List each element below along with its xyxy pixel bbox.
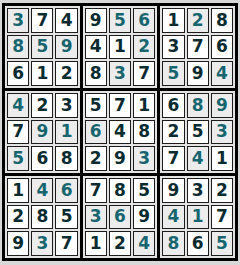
cell-r1c7[interactable]: 1 bbox=[162, 8, 184, 33]
cell-r6c5[interactable]: 9 bbox=[109, 146, 131, 171]
cell-r8c4-given[interactable]: 3 bbox=[85, 205, 107, 230]
cell-r6c9[interactable]: 1 bbox=[211, 146, 233, 171]
cell-r8c5-given[interactable]: 6 bbox=[109, 205, 131, 230]
cell-r2c8[interactable]: 7 bbox=[187, 35, 209, 60]
cell-r9c8[interactable]: 6 bbox=[187, 231, 209, 256]
cell-r5c5[interactable]: 4 bbox=[109, 120, 131, 145]
sudoku-board: 3748596129564128371283765944237915685716… bbox=[2, 3, 238, 261]
cell-r9c5[interactable]: 2 bbox=[109, 231, 131, 256]
cell-r2c4[interactable]: 4 bbox=[85, 35, 107, 60]
cell-r9c7-given[interactable]: 8 bbox=[162, 231, 184, 256]
cell-r8c8-given[interactable]: 1 bbox=[187, 205, 209, 230]
cell-r4c5[interactable]: 7 bbox=[109, 93, 131, 118]
cell-r4c3[interactable]: 3 bbox=[55, 93, 77, 118]
cell-r8c2[interactable]: 8 bbox=[31, 205, 53, 230]
cell-r5c6[interactable]: 8 bbox=[133, 120, 155, 145]
cell-r7c7[interactable]: 9 bbox=[162, 178, 184, 203]
cell-r7c6[interactable]: 5 bbox=[133, 178, 155, 203]
cell-r8c6[interactable]: 9 bbox=[133, 205, 155, 230]
cell-r6c6-given[interactable]: 3 bbox=[133, 146, 155, 171]
cell-r6c8-given[interactable]: 4 bbox=[187, 146, 209, 171]
sudoku-block-4: 423791568 bbox=[5, 91, 80, 173]
cell-r4c7[interactable]: 6 bbox=[162, 93, 184, 118]
cell-r4c2[interactable]: 2 bbox=[31, 93, 53, 118]
cell-r3c1[interactable]: 6 bbox=[7, 61, 29, 86]
cell-r9c4[interactable]: 1 bbox=[85, 231, 107, 256]
sudoku-block-8: 785369124 bbox=[83, 176, 158, 258]
cell-r3c9-given[interactable]: 4 bbox=[211, 61, 233, 86]
cell-r7c4[interactable]: 7 bbox=[85, 178, 107, 203]
sudoku-block-6: 689253741 bbox=[160, 91, 235, 173]
cell-r7c3-given[interactable]: 6 bbox=[55, 178, 77, 203]
cell-r5c2-given[interactable]: 9 bbox=[31, 120, 53, 145]
cell-r8c3[interactable]: 5 bbox=[55, 205, 77, 230]
cell-r6c2[interactable]: 6 bbox=[31, 146, 53, 171]
sudoku-block-2: 956412837 bbox=[83, 6, 158, 88]
cell-r3c6[interactable]: 7 bbox=[133, 61, 155, 86]
sudoku-block-7: 146285937 bbox=[5, 176, 80, 258]
sudoku-block-5: 571648293 bbox=[83, 91, 158, 173]
cell-r6c7[interactable]: 7 bbox=[162, 146, 184, 171]
cell-r3c4[interactable]: 8 bbox=[85, 61, 107, 86]
cell-r9c1[interactable]: 9 bbox=[7, 231, 29, 256]
cell-r3c5-given[interactable]: 3 bbox=[109, 61, 131, 86]
cell-r9c6-given[interactable]: 4 bbox=[133, 231, 155, 256]
cell-r7c5[interactable]: 8 bbox=[109, 178, 131, 203]
cell-r8c9[interactable]: 7 bbox=[211, 205, 233, 230]
cell-r4c1-given[interactable]: 4 bbox=[7, 93, 29, 118]
cell-r6c1-given[interactable]: 5 bbox=[7, 146, 29, 171]
cell-r1c8-given[interactable]: 2 bbox=[187, 8, 209, 33]
cell-r2c7[interactable]: 3 bbox=[162, 35, 184, 60]
cell-r2c9[interactable]: 6 bbox=[211, 35, 233, 60]
cell-r3c2[interactable]: 1 bbox=[31, 61, 53, 86]
cell-r4c4[interactable]: 5 bbox=[85, 93, 107, 118]
cell-r9c3[interactable]: 7 bbox=[55, 231, 77, 256]
cell-r7c2-given[interactable]: 4 bbox=[31, 178, 53, 203]
cell-r5c1[interactable]: 7 bbox=[7, 120, 29, 145]
sudoku-block-3: 128376594 bbox=[160, 6, 235, 88]
cell-r5c8[interactable]: 5 bbox=[187, 120, 209, 145]
cell-r2c1-given[interactable]: 8 bbox=[7, 35, 29, 60]
cell-r9c9-given[interactable]: 5 bbox=[211, 231, 233, 256]
cell-r8c7-given[interactable]: 4 bbox=[162, 205, 184, 230]
cell-r7c1[interactable]: 1 bbox=[7, 178, 29, 203]
sudoku-page: 3748596129564128371283765944237915685716… bbox=[0, 0, 240, 265]
cell-r6c3[interactable]: 8 bbox=[55, 146, 77, 171]
cell-r2c2-given[interactable]: 5 bbox=[31, 35, 53, 60]
cell-r7c9[interactable]: 2 bbox=[211, 178, 233, 203]
cell-r1c9[interactable]: 8 bbox=[211, 8, 233, 33]
sudoku-block-9: 932417865 bbox=[160, 176, 235, 258]
cell-r1c5-given[interactable]: 5 bbox=[109, 8, 131, 33]
cell-r5c4-given[interactable]: 6 bbox=[85, 120, 107, 145]
cell-r1c1-given[interactable]: 3 bbox=[7, 8, 29, 33]
cell-r1c4[interactable]: 9 bbox=[85, 8, 107, 33]
cell-r1c6-given[interactable]: 6 bbox=[133, 8, 155, 33]
cell-r5c3-given[interactable]: 1 bbox=[55, 120, 77, 145]
cell-r4c6[interactable]: 1 bbox=[133, 93, 155, 118]
cell-r8c1[interactable]: 2 bbox=[7, 205, 29, 230]
cell-r1c2[interactable]: 7 bbox=[31, 8, 53, 33]
cell-r5c9-given[interactable]: 3 bbox=[211, 120, 233, 145]
cell-r1c3[interactable]: 4 bbox=[55, 8, 77, 33]
cell-r4c8-given[interactable]: 8 bbox=[187, 93, 209, 118]
sudoku-block-1: 374859612 bbox=[5, 6, 80, 88]
cell-r4c9-given[interactable]: 9 bbox=[211, 93, 233, 118]
cell-r2c6-given[interactable]: 2 bbox=[133, 35, 155, 60]
cell-r2c5[interactable]: 1 bbox=[109, 35, 131, 60]
cell-r5c7[interactable]: 2 bbox=[162, 120, 184, 145]
cell-r6c4[interactable]: 2 bbox=[85, 146, 107, 171]
cell-r9c2-given[interactable]: 3 bbox=[31, 231, 53, 256]
cell-r3c3[interactable]: 2 bbox=[55, 61, 77, 86]
cell-r2c3-given[interactable]: 9 bbox=[55, 35, 77, 60]
cell-r7c8[interactable]: 3 bbox=[187, 178, 209, 203]
cell-r3c7-given[interactable]: 5 bbox=[162, 61, 184, 86]
cell-r3c8[interactable]: 9 bbox=[187, 61, 209, 86]
